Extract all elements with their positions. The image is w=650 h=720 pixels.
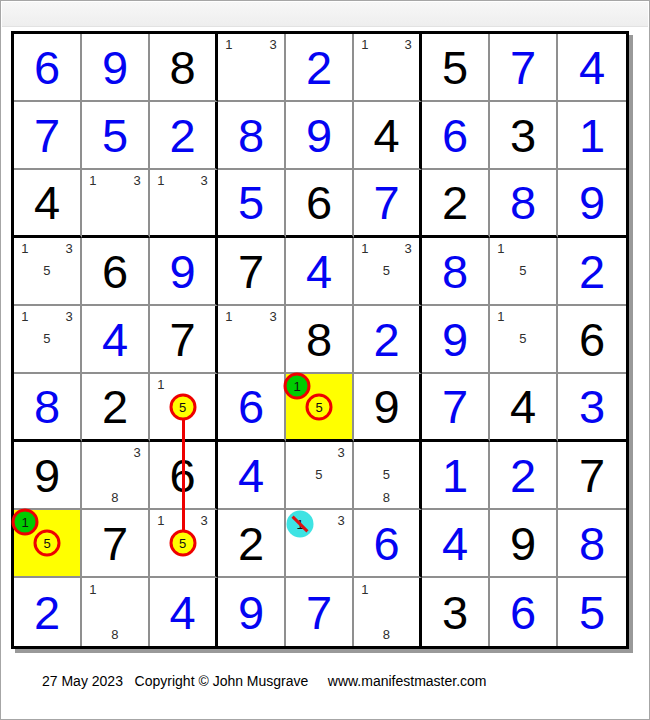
cell-r9c2[interactable]: 18 [82, 578, 150, 646]
cell-r1c1[interactable]: 6 [14, 34, 82, 102]
cell-r3c6[interactable]: 7 [354, 170, 422, 238]
cell-r8c6[interactable]: 6 [354, 510, 422, 578]
given-digit: 2 [422, 170, 488, 235]
given-digit: 7 [150, 306, 215, 372]
solved-digit: 6 [14, 34, 80, 100]
given-digit: 8 [286, 306, 352, 372]
cell-r4c6[interactable]: 135 [354, 238, 422, 306]
cell-r9c9[interactable]: 5 [558, 578, 626, 646]
cell-r6c8[interactable]: 4 [490, 374, 558, 442]
candidate: 3 [397, 34, 419, 56]
cell-r9c3[interactable]: 4 [150, 578, 218, 646]
cell-r1c2[interactable]: 9 [82, 34, 150, 102]
cell-r8c5[interactable]: 13 [286, 510, 354, 578]
candidate: 1 [218, 306, 240, 328]
solved-digit: 1 [558, 102, 626, 168]
cell-r4c8[interactable]: 15 [490, 238, 558, 306]
circled-digit: 5 [179, 399, 186, 414]
cell-r6c6[interactable]: 9 [354, 374, 422, 442]
given-digit: 4 [490, 374, 556, 439]
candidate: 3 [126, 170, 148, 192]
candidate: 1 [150, 510, 172, 532]
candidate: 5 [376, 464, 398, 486]
cell-r5c4[interactable]: 13 [218, 306, 286, 374]
given-digit: 4 [14, 170, 80, 235]
cell-r1c7[interactable]: 5 [422, 34, 490, 102]
candidate: 1 [82, 578, 104, 601]
given-digit: 3 [490, 102, 556, 168]
cell-r2c7[interactable]: 6 [422, 102, 490, 170]
solved-digit: 5 [218, 170, 284, 235]
circled-digit: 5 [179, 536, 186, 551]
candidate: 1 [150, 170, 172, 192]
candidate: 3 [193, 510, 215, 532]
cell-r3c9[interactable]: 9 [558, 170, 626, 238]
cell-r7c4[interactable]: 4 [218, 442, 286, 510]
cell-r1c8[interactable]: 7 [490, 34, 558, 102]
solved-digit: 7 [490, 34, 556, 100]
solved-digit: 5 [558, 578, 626, 646]
solved-digit: 8 [218, 102, 284, 168]
cell-r6c4[interactable]: 6 [218, 374, 286, 442]
solved-digit: 7 [354, 170, 419, 235]
cell-r3c7[interactable]: 2 [422, 170, 490, 238]
candidate: 1 [354, 578, 376, 601]
solved-digit: 8 [490, 170, 556, 235]
solved-digit: 6 [422, 102, 488, 168]
cell-r8c9[interactable]: 8 [558, 510, 626, 578]
candidate: 5 [308, 464, 330, 486]
cell-r6c9[interactable]: 3 [558, 374, 626, 442]
cell-r5c2[interactable]: 4 [82, 306, 150, 374]
solved-digit: 7 [422, 374, 488, 439]
cell-r7c5[interactable]: 35 [286, 442, 354, 510]
cell-r7c2[interactable]: 38 [82, 442, 150, 510]
given-digit: 6 [558, 306, 626, 372]
cell-r2c2[interactable]: 5 [82, 102, 150, 170]
solved-digit: 9 [218, 578, 284, 646]
cell-r1c9[interactable]: 4 [558, 34, 626, 102]
cell-r4c3[interactable]: 9 [150, 238, 218, 306]
candidate: 5 [36, 328, 58, 350]
candidate: 3 [193, 170, 215, 192]
cell-r2c9[interactable]: 1 [558, 102, 626, 170]
candidate: 8 [104, 486, 126, 508]
solved-digit: 6 [354, 510, 419, 576]
cell-r9c8[interactable]: 6 [490, 578, 558, 646]
app-window: 6 9 8 13 2 13 5 7 4 7 5 2 8 9 4 6 3 1 4 … [0, 0, 650, 720]
cell-r2c1[interactable]: 7 [14, 102, 82, 170]
cell-r5c1[interactable]: 135 [14, 306, 82, 374]
candidate: 3 [330, 510, 352, 532]
cell-r7c8[interactable]: 2 [490, 442, 558, 510]
solved-digit: 2 [150, 102, 215, 168]
cell-r7c6[interactable]: 58 [354, 442, 422, 510]
cell-r3c3[interactable]: 13 [150, 170, 218, 238]
solved-digit: 8 [422, 238, 488, 304]
cell-r3c4[interactable]: 5 [218, 170, 286, 238]
cell-r5c8[interactable]: 15 [490, 306, 558, 374]
cell-r3c5[interactable]: 6 [286, 170, 354, 238]
cell-r5c3[interactable]: 7 [150, 306, 218, 374]
solved-digit: 6 [490, 578, 556, 646]
candidate: 3 [262, 306, 284, 328]
cell-r1c6[interactable]: 13 [354, 34, 422, 102]
solved-digit: 2 [354, 306, 419, 372]
cell-r2c3[interactable]: 2 [150, 102, 218, 170]
candidate: 3 [262, 34, 284, 56]
cell-r1c3[interactable]: 8 [150, 34, 218, 102]
candidate: 5 [512, 328, 534, 350]
given-digit: 8 [150, 34, 215, 100]
solved-digit: 2 [558, 238, 626, 304]
cell-r4c1[interactable]: 135 [14, 238, 82, 306]
cell-r2c5[interactable]: 9 [286, 102, 354, 170]
cell-r6c5[interactable]: 15 [286, 374, 354, 442]
solved-digit: 9 [422, 306, 488, 372]
candidate: 3 [397, 238, 419, 260]
cell-r5c9[interactable]: 6 [558, 306, 626, 374]
cell-r9c5[interactable]: 7 [286, 578, 354, 646]
solved-digit: 5 [82, 102, 148, 168]
circled-candidate: 5 [169, 393, 196, 420]
toolbar [2, 2, 648, 27]
solved-digit: 8 [558, 510, 626, 576]
cell-r1c4[interactable]: 13 [218, 34, 286, 102]
circled-candidate: 5 [169, 530, 196, 557]
cell-r2c6[interactable]: 4 [354, 102, 422, 170]
solved-digit: 4 [422, 510, 488, 576]
candidate: 1 [14, 238, 36, 260]
cell-r5c7[interactable]: 9 [422, 306, 490, 374]
given-digit: 2 [82, 374, 148, 439]
cell-r7c9[interactable]: 7 [558, 442, 626, 510]
given-digit: 7 [218, 238, 284, 304]
eliminated-candidate: 1 [287, 511, 314, 538]
sudoku-board: 6 9 8 13 2 13 5 7 4 7 5 2 8 9 4 6 3 1 4 … [11, 31, 629, 649]
solved-digit: 1 [422, 442, 488, 508]
cell-r7c7[interactable]: 1 [422, 442, 490, 510]
candidate: 1 [490, 306, 512, 328]
solved-digit: 4 [82, 306, 148, 372]
cell-r4c7[interactable]: 8 [422, 238, 490, 306]
cell-r8c2[interactable]: 7 [82, 510, 150, 578]
given-digit: 9 [490, 510, 556, 576]
cell-r8c1[interactable]: 15 [14, 510, 82, 578]
cell-r6c7[interactable]: 7 [422, 374, 490, 442]
candidate: 5 [36, 260, 58, 282]
cell-r4c9[interactable]: 2 [558, 238, 626, 306]
given-digit: 7 [558, 442, 626, 508]
solved-digit: 8 [14, 374, 80, 439]
solved-digit: 9 [558, 170, 626, 235]
candidate: 8 [376, 623, 398, 646]
solved-digit: 4 [218, 442, 284, 508]
candidate: 8 [104, 623, 126, 646]
given-digit: 4 [354, 102, 419, 168]
candidate: 3 [330, 442, 352, 464]
solved-digit: 4 [558, 34, 626, 100]
circled-digit: 5 [43, 536, 50, 551]
solved-digit: 9 [82, 34, 148, 100]
cell-r2c8[interactable]: 3 [490, 102, 558, 170]
candidate: 8 [376, 486, 398, 508]
candidate: 3 [58, 306, 80, 328]
candidate: 1 [218, 34, 240, 56]
candidate: 3 [126, 442, 148, 464]
cell-r6c1[interactable]: 8 [14, 374, 82, 442]
cell-r1c5[interactable]: 2 [286, 34, 354, 102]
solved-digit: 9 [150, 238, 215, 304]
candidate: 1 [82, 170, 104, 192]
cell-r9c4[interactable]: 9 [218, 578, 286, 646]
cell-r8c7[interactable]: 4 [422, 510, 490, 578]
solved-digit: 4 [150, 578, 215, 646]
solved-digit: 6 [218, 374, 284, 439]
green-circled-candidate: 1 [12, 509, 39, 536]
cell-r7c1[interactable]: 9 [14, 442, 82, 510]
given-digit: 7 [82, 510, 148, 576]
solved-digit: 4 [286, 238, 352, 304]
candidate: 1 [354, 238, 376, 260]
candidate: 1 [150, 374, 172, 396]
cell-r3c8[interactable]: 8 [490, 170, 558, 238]
cell-r5c5[interactable]: 8 [286, 306, 354, 374]
candidate: 5 [376, 260, 398, 282]
solved-digit: 2 [286, 34, 352, 100]
given-digit: 3 [422, 578, 488, 646]
circled-digit: 1 [21, 515, 28, 530]
solved-digit: 2 [490, 442, 556, 508]
cell-r9c6[interactable]: 18 [354, 578, 422, 646]
cell-r4c5[interactable]: 4 [286, 238, 354, 306]
cell-r8c8[interactable]: 9 [490, 510, 558, 578]
given-digit: 6 [286, 170, 352, 235]
circled-candidate: 5 [34, 530, 61, 557]
given-digit: 6 [82, 238, 148, 304]
cell-r3c2[interactable]: 13 [82, 170, 150, 238]
solved-digit: 9 [286, 102, 352, 168]
solved-digit: 3 [558, 374, 626, 439]
footer-text: 27 May 2023 Copyright © John Musgrave ww… [42, 673, 487, 689]
cell-r6c2[interactable]: 2 [82, 374, 150, 442]
candidate: 1 [14, 306, 36, 328]
strong-link-line [182, 408, 185, 544]
green-circled-candidate: 1 [284, 373, 311, 400]
candidate: 3 [58, 238, 80, 260]
circled-digit: 5 [315, 399, 322, 414]
cell-r8c4[interactable]: 2 [218, 510, 286, 578]
solved-digit: 7 [14, 102, 80, 168]
given-digit: 9 [354, 374, 419, 439]
cell-r9c1[interactable]: 2 [14, 578, 82, 646]
cell-r3c1[interactable]: 4 [14, 170, 82, 238]
candidate: 1 [354, 34, 376, 56]
given-digit: 2 [218, 510, 284, 576]
candidate: 5 [512, 260, 534, 282]
cell-r4c2[interactable]: 6 [82, 238, 150, 306]
solved-digit: 2 [14, 578, 80, 646]
given-digit: 5 [422, 34, 488, 100]
cell-r4c4[interactable]: 7 [218, 238, 286, 306]
cell-r2c4[interactable]: 8 [218, 102, 286, 170]
given-digit: 9 [14, 442, 80, 508]
candidate: 1 [490, 238, 512, 260]
circled-digit: 1 [293, 379, 300, 394]
solved-digit: 7 [286, 578, 352, 646]
cell-r5c6[interactable]: 2 [354, 306, 422, 374]
cell-r9c7[interactable]: 3 [422, 578, 490, 646]
circled-candidate: 5 [306, 393, 333, 420]
